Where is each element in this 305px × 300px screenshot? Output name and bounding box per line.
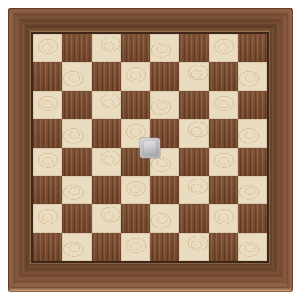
square-c3 xyxy=(92,176,121,204)
square-b2 xyxy=(62,204,91,232)
square-g2 xyxy=(209,204,238,232)
square-a3 xyxy=(33,176,62,204)
square-f3 xyxy=(179,176,208,204)
square-f5 xyxy=(179,119,208,147)
square-g1 xyxy=(209,233,238,261)
square-a1 xyxy=(33,233,62,261)
square-c4 xyxy=(92,148,121,176)
square-e1 xyxy=(150,233,179,261)
square-e3 xyxy=(150,176,179,204)
square-b4 xyxy=(62,148,91,176)
square-d7 xyxy=(121,62,150,90)
square-g5 xyxy=(209,119,238,147)
board-playing-area xyxy=(31,32,269,263)
square-e8 xyxy=(150,34,179,62)
square-a6 xyxy=(33,91,62,119)
square-h6 xyxy=(238,91,267,119)
square-d2 xyxy=(121,204,150,232)
square-g6 xyxy=(209,91,238,119)
square-c2 xyxy=(92,204,121,232)
square-f8 xyxy=(179,34,208,62)
square-g4 xyxy=(209,148,238,176)
square-b1 xyxy=(62,233,91,261)
square-f1 xyxy=(179,233,208,261)
square-h1 xyxy=(238,233,267,261)
square-g8 xyxy=(209,34,238,62)
frame-left-rail xyxy=(8,8,31,292)
square-b5 xyxy=(62,119,91,147)
square-h5 xyxy=(238,119,267,147)
product-photo-canvas xyxy=(0,0,305,300)
square-c5 xyxy=(92,119,121,147)
square-d3 xyxy=(121,176,150,204)
square-f4 xyxy=(179,148,208,176)
square-h8 xyxy=(238,34,267,62)
square-c7 xyxy=(92,62,121,90)
square-c1 xyxy=(92,233,121,261)
square-e7 xyxy=(150,62,179,90)
square-a8 xyxy=(33,34,62,62)
square-h3 xyxy=(238,176,267,204)
square-c6 xyxy=(92,91,121,119)
square-a5 xyxy=(33,119,62,147)
square-d8 xyxy=(121,34,150,62)
square-b3 xyxy=(62,176,91,204)
chessboard xyxy=(8,8,293,292)
square-a7 xyxy=(33,62,62,90)
square-a2 xyxy=(33,204,62,232)
square-h2 xyxy=(238,204,267,232)
square-f6 xyxy=(179,91,208,119)
square-c8 xyxy=(92,34,121,62)
square-h7 xyxy=(238,62,267,90)
square-b6 xyxy=(62,91,91,119)
square-b8 xyxy=(62,34,91,62)
square-f2 xyxy=(179,204,208,232)
square-f7 xyxy=(179,62,208,90)
square-h4 xyxy=(238,148,267,176)
square-e2 xyxy=(150,204,179,232)
square-g3 xyxy=(209,176,238,204)
square-d1 xyxy=(121,233,150,261)
square-a4 xyxy=(33,148,62,176)
image-loading-placeholder-icon xyxy=(140,138,160,158)
square-d6 xyxy=(121,91,150,119)
frame-right-rail xyxy=(269,8,293,292)
square-g7 xyxy=(209,62,238,90)
square-e6 xyxy=(150,91,179,119)
frame-bottom-rail xyxy=(8,263,293,292)
frame-top-rail xyxy=(8,8,293,32)
square-b7 xyxy=(62,62,91,90)
